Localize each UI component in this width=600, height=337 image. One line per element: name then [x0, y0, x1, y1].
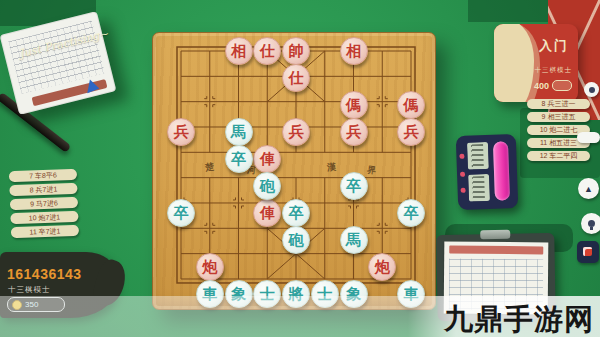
app-shortcut-tile[interactable] [577, 241, 599, 263]
chess-clock [456, 134, 519, 210]
level-score-pill [552, 80, 572, 91]
level-card[interactable]: 入门 十三棋模士 400 [494, 24, 578, 102]
clock-lever[interactable] [493, 141, 510, 200]
move-row: 9 相三进五 [527, 112, 590, 122]
xiangqi-piece-red-pawn[interactable]: 兵 [397, 118, 425, 146]
move-row: 9 马7进6 [10, 197, 78, 210]
side-pill-button[interactable] [577, 132, 600, 143]
river-character: 界 [366, 164, 377, 178]
watermark-text: 九鼎手游网 [444, 300, 594, 337]
clock-display-top [467, 142, 489, 170]
move-row: 10 炮7进1 [10, 211, 78, 224]
clock-button[interactable] [459, 154, 464, 159]
level-name: 入门 [539, 37, 569, 55]
clock-button[interactable] [460, 172, 465, 177]
move-list-right: 8 兵三进一9 相三进五10 炮二进七11 相五进三12 车二平四 [527, 99, 587, 164]
status-icon[interactable] [584, 82, 599, 97]
move-row: 11 卒7进1 [11, 225, 79, 238]
score-sheet-header [449, 246, 543, 255]
xiangqi-piece-red-advisor[interactable]: 仕 [282, 64, 310, 92]
clock-button[interactable] [461, 188, 466, 193]
xiangqi-piece-teal-pawn[interactable]: 卒 [397, 199, 425, 227]
xiangqi-piece-red-pawn[interactable]: 兵 [167, 118, 195, 146]
xiangqi-piece-red-pawn[interactable]: 兵 [282, 118, 310, 146]
card-brush-texture [494, 24, 534, 102]
player-title: 十三棋模士 [8, 285, 51, 295]
river-character: 漢 [326, 161, 336, 175]
level-subtitle: 十三棋模士 [535, 66, 573, 75]
xiangqi-piece-red-king[interactable]: 帥 [282, 37, 310, 65]
undo-triangle-icon[interactable]: ▲ [578, 178, 599, 199]
move-row: 12 车二平四 [527, 151, 590, 161]
xiangqi-piece-teal-pawn[interactable]: 卒 [225, 145, 253, 173]
xiangqi-piece-teal-cannon[interactable]: 砲 [282, 226, 310, 254]
move-row: 8 兵三进一 [527, 99, 590, 109]
level-score-row: 400 [534, 80, 572, 91]
xiangqi-piece-red-pawn[interactable]: 兵 [340, 118, 368, 146]
river-character: 楚 [204, 160, 215, 174]
game-table: Just Practising~ 楚 河 漢 界 相仕帥相仕傌傌兵兵兵兵俥俥炮炮… [0, 0, 600, 337]
clock-display-bottom [468, 174, 490, 202]
xiangqi-piece-teal-pawn[interactable]: 卒 [282, 199, 310, 227]
xiangqi-piece-red-elephant[interactable]: 相 [340, 37, 368, 65]
xiangqi-piece-red-elephant[interactable]: 相 [225, 37, 253, 65]
move-row: 7 车8平6 [9, 169, 77, 182]
xiangqi-piece-teal-horse[interactable]: 馬 [225, 118, 253, 146]
notepad [0, 11, 116, 115]
xiangqi-piece-red-horse[interactable]: 傌 [397, 91, 425, 119]
player-id: 161436143 [7, 266, 82, 282]
notepad-pen-icon [87, 80, 100, 96]
xiangqi-piece-teal-pawn[interactable]: 卒 [167, 199, 195, 227]
xiangqi-piece-red-horse[interactable]: 傌 [340, 91, 368, 119]
xiangqi-piece-red-cannon[interactable]: 炮 [196, 253, 224, 281]
felt-shadow-top-right [468, 0, 552, 22]
xiangqi-piece-teal-horse[interactable]: 馬 [340, 226, 368, 254]
hint-bulb-icon[interactable] [581, 213, 600, 234]
move-row: 8 兵7进1 [9, 183, 77, 196]
level-score: 400 [534, 81, 549, 91]
xiangqi-piece-teal-pawn[interactable]: 卒 [340, 172, 368, 200]
move-list-left: 7 车8平68 兵7进19 马7进610 炮7进111 卒7进1 [9, 169, 75, 241]
clipboard-clip [480, 230, 510, 240]
